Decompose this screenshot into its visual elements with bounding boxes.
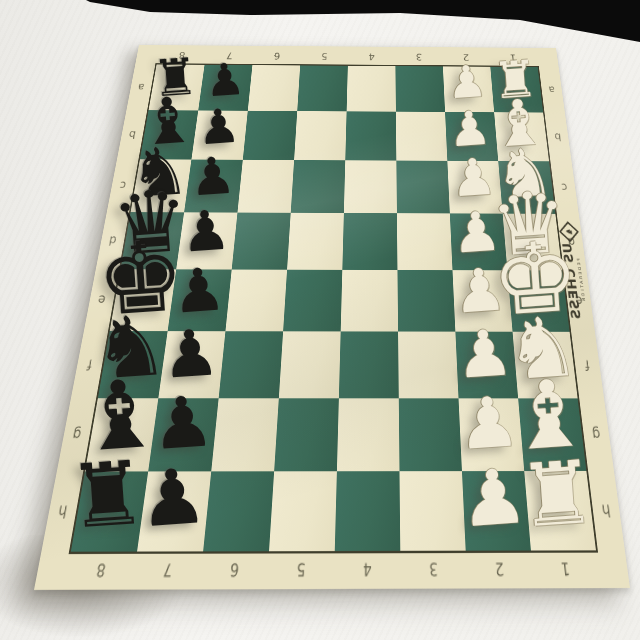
coord-top-6: 6: [274, 51, 281, 60]
square-g7: [148, 398, 218, 471]
square-g6: [211, 398, 279, 471]
square-a7: [198, 65, 252, 111]
coord-top-4: 4: [369, 52, 375, 61]
square-f8: [98, 331, 168, 398]
coord-left-g: g: [71, 426, 82, 441]
coord-left-f: f: [86, 357, 93, 371]
coord-right-a: a: [548, 85, 555, 95]
coord-bottom-4: 4: [363, 560, 372, 578]
square-e3: [397, 270, 455, 332]
coord-bottom-8: 8: [95, 560, 107, 578]
square-a4: [347, 66, 396, 112]
square-a5: [297, 65, 348, 111]
square-h5: [269, 471, 337, 551]
square-e1: [507, 270, 569, 331]
coord-bottom-5: 5: [296, 560, 306, 578]
square-g2: [459, 398, 525, 471]
coord-right-b: b: [554, 131, 562, 141]
square-b7: [191, 110, 247, 159]
square-d2: [450, 213, 508, 270]
coord-bottom-6: 6: [229, 560, 239, 578]
square-h8: [71, 471, 148, 551]
square-c2: [447, 161, 502, 214]
square-b3: [396, 112, 447, 161]
coord-left-a: a: [137, 82, 145, 92]
square-h2: [462, 471, 531, 551]
square-b6: [243, 111, 297, 160]
square-d4: [342, 213, 397, 270]
square-a6: [248, 65, 300, 111]
square-c5: [291, 160, 346, 213]
square-b8: [140, 110, 198, 159]
square-h7: [137, 471, 211, 551]
coord-left-h: h: [57, 502, 69, 519]
coord-bottom-1: 1: [560, 559, 571, 577]
coord-bottom-3: 3: [429, 559, 438, 577]
coordinate-labels: 8877665544332211aabbccddeeffgghh: [139, 45, 556, 48]
square-e8: [110, 269, 176, 331]
square-f5: [279, 331, 341, 398]
coord-bottom-2: 2: [495, 559, 505, 577]
chessboard-photo: 8877665544332211aabbccddeeffgghh ♞ US CH…: [0, 0, 640, 640]
square-e4: [341, 270, 398, 332]
square-f6: [219, 331, 283, 398]
board-grid: [71, 64, 596, 551]
coord-top-2: 2: [463, 52, 470, 61]
square-c7: [184, 160, 243, 213]
coord-left-b: b: [128, 129, 137, 139]
square-f7: [158, 331, 225, 398]
square-g4: [337, 398, 400, 471]
square-b5: [294, 111, 347, 160]
square-e6: [225, 270, 287, 332]
knight-diamond-icon: ♞: [559, 221, 579, 242]
square-f1: [513, 332, 578, 399]
square-a2: [443, 66, 494, 112]
square-b2: [445, 112, 498, 161]
square-e5: [283, 270, 342, 332]
coord-right-c: c: [561, 182, 568, 193]
square-d5: [287, 213, 344, 270]
square-h6: [203, 471, 274, 551]
square-d6: [232, 213, 291, 270]
square-b4: [345, 111, 396, 160]
square-h1: [524, 471, 596, 551]
coord-bottom-7: 7: [162, 560, 173, 578]
square-c4: [344, 160, 397, 213]
square-g8: [85, 398, 158, 471]
coord-top-1: 1: [509, 53, 516, 62]
square-f2: [455, 332, 518, 399]
square-h4: [335, 471, 401, 551]
square-c3: [396, 161, 449, 214]
square-d1: [503, 214, 563, 271]
square-h3: [399, 471, 465, 551]
coord-left-c: c: [119, 180, 127, 191]
square-d3: [397, 213, 453, 270]
coord-top-3: 3: [416, 52, 423, 61]
coord-left-d: d: [108, 234, 117, 246]
square-c8: [131, 159, 192, 212]
square-c6: [237, 160, 294, 213]
square-d7: [176, 212, 237, 269]
square-g1: [518, 398, 586, 471]
knight-icon: ♞: [564, 228, 573, 236]
square-e2: [452, 270, 512, 332]
coord-top-8: 8: [178, 50, 186, 59]
square-b1: [494, 112, 549, 161]
square-g3: [399, 398, 462, 471]
coord-right-f: f: [584, 358, 590, 372]
coord-right-h: h: [601, 501, 612, 518]
square-f4: [339, 331, 399, 398]
dark-background-band: [0, 0, 640, 46]
square-a8: [149, 64, 205, 110]
coord-top-7: 7: [226, 51, 233, 60]
square-e7: [168, 269, 232, 331]
square-f3: [398, 332, 458, 399]
square-g5: [274, 398, 339, 471]
square-c1: [498, 161, 555, 214]
coord-left-e: e: [97, 293, 107, 306]
chess-board-mat: 8877665544332211aabbccddeeffgghh ♞ US CH…: [34, 45, 630, 590]
coord-right-g: g: [591, 426, 601, 441]
square-a3: [395, 66, 445, 112]
square-a1: [490, 67, 543, 113]
square-d8: [121, 212, 185, 269]
coord-top-5: 5: [321, 51, 328, 60]
